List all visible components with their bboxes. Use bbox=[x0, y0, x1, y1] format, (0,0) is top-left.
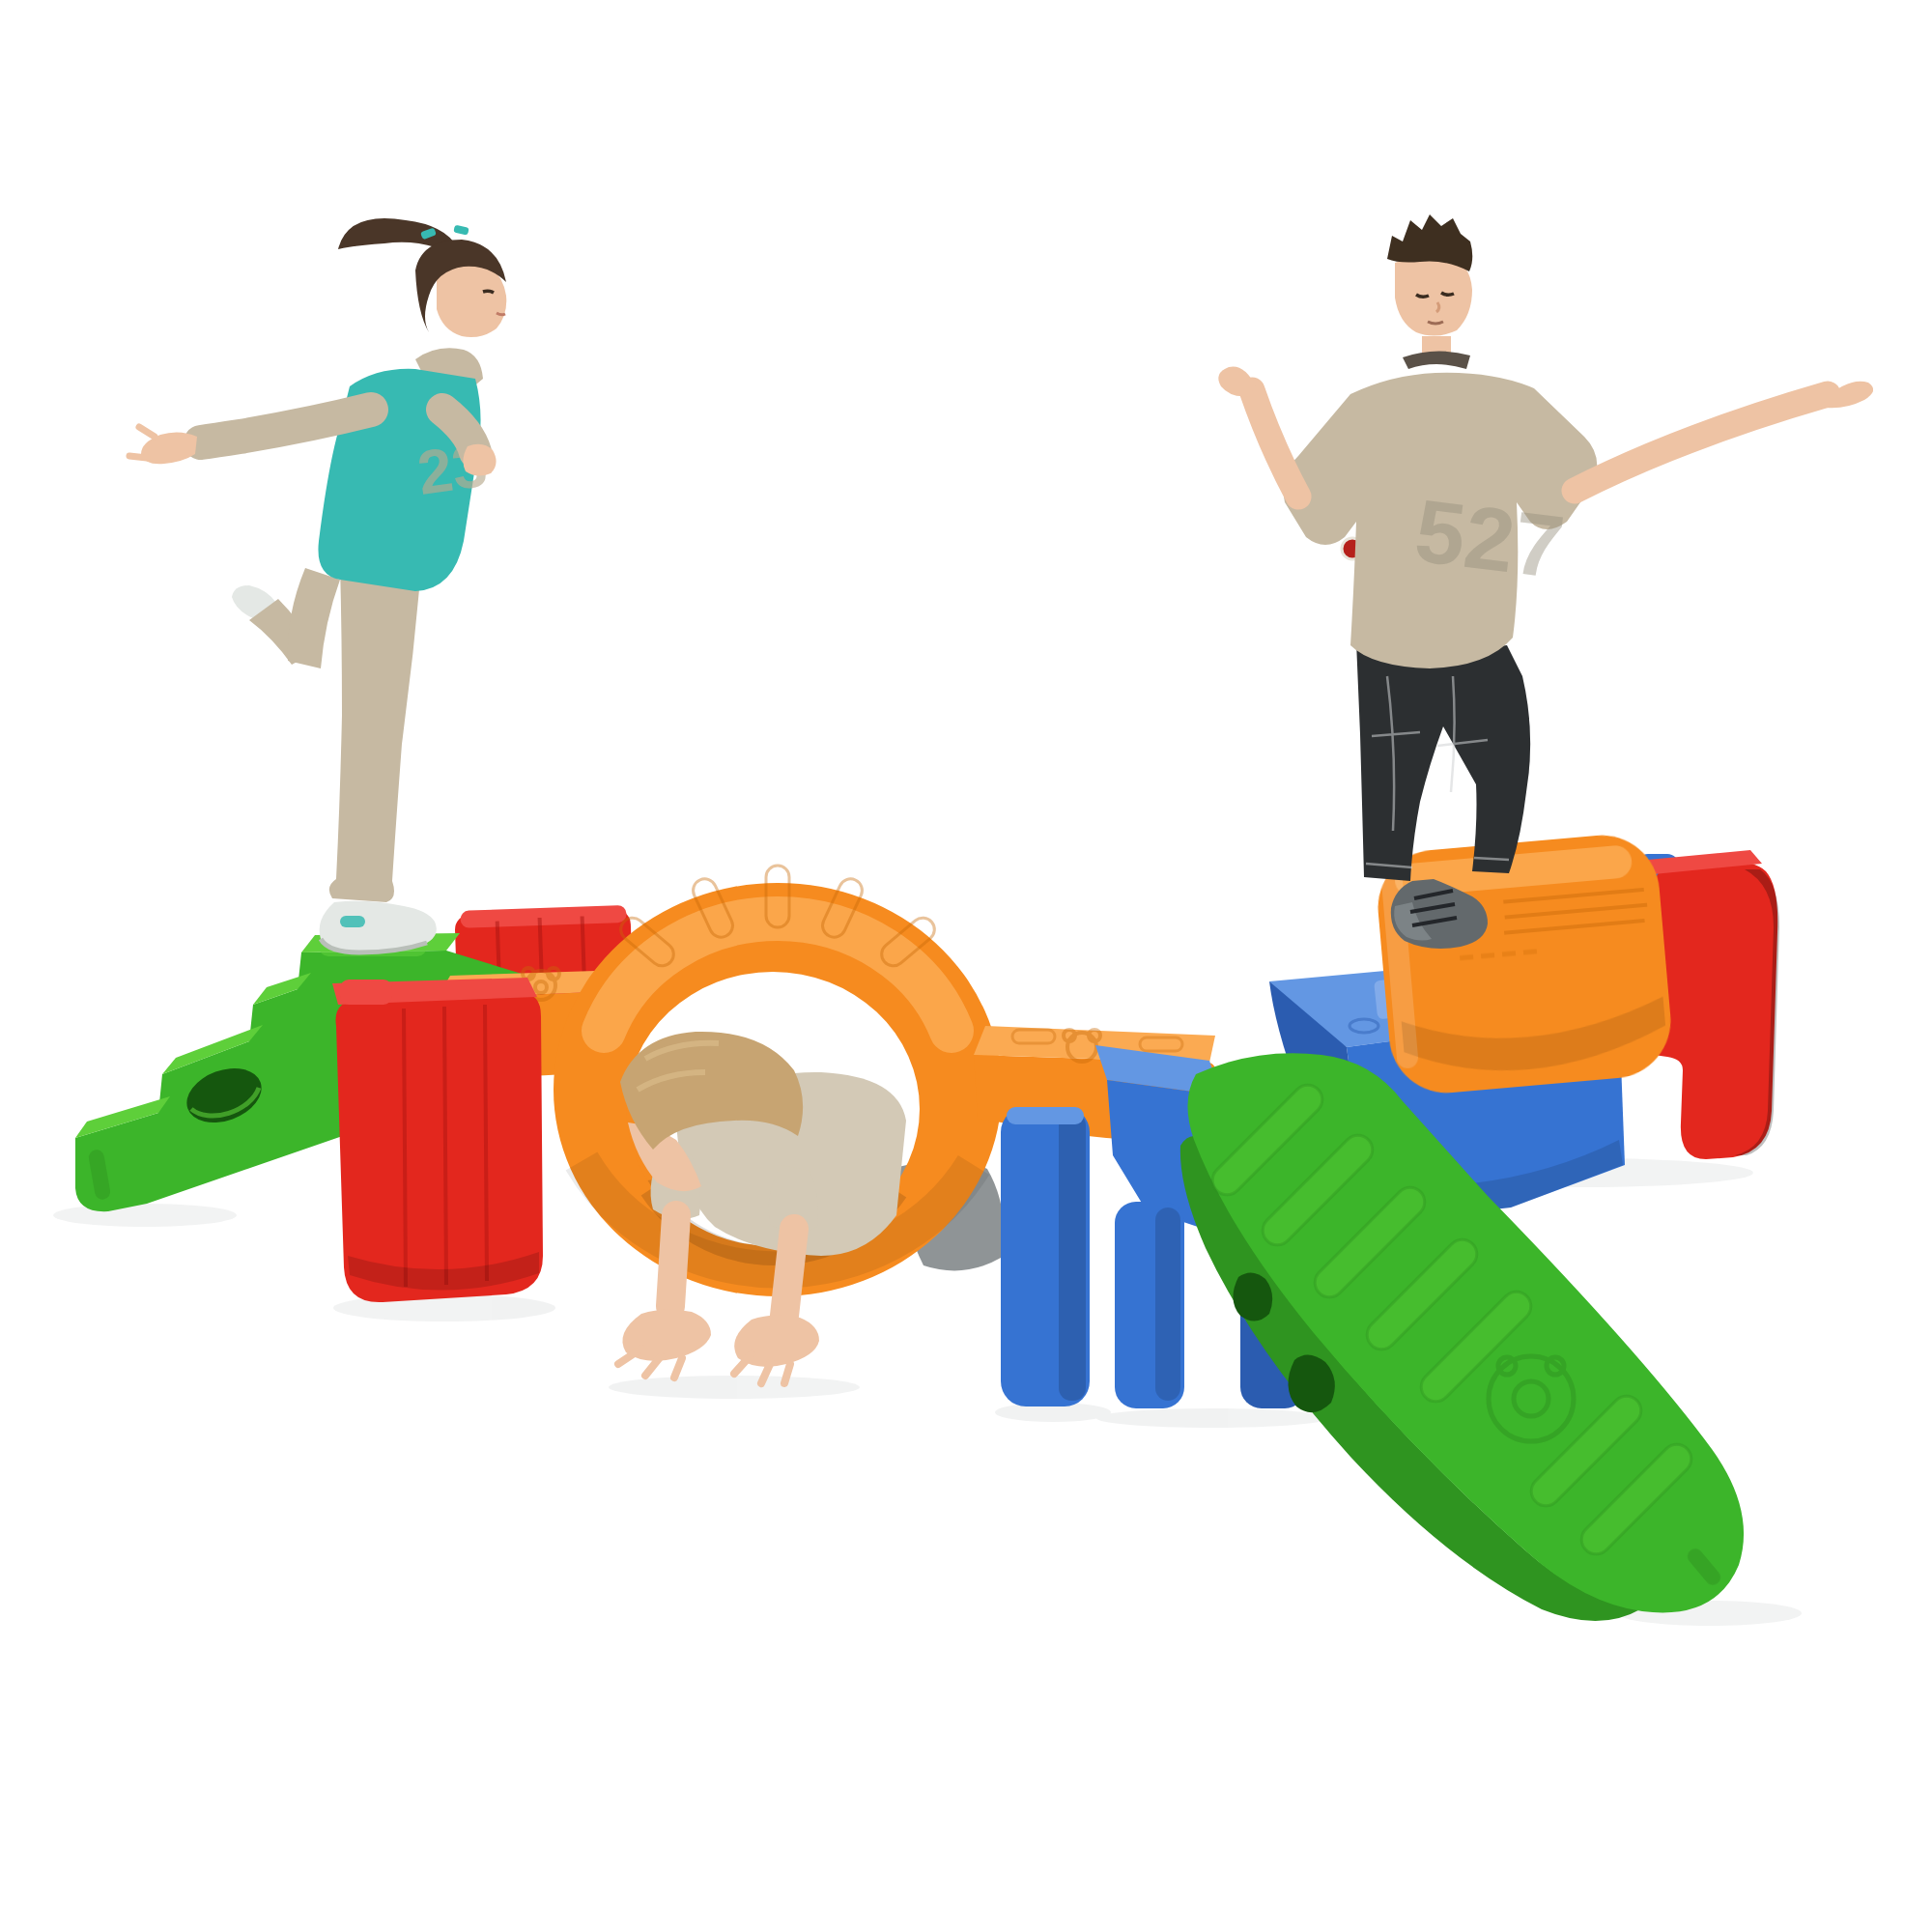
shadow bbox=[1096, 1408, 1328, 1428]
orange-barrel-step bbox=[1374, 831, 1676, 1097]
blue-column-shade bbox=[1059, 1113, 1086, 1401]
blue-column-top bbox=[1007, 1107, 1084, 1124]
girl-shoe-strap bbox=[340, 916, 365, 927]
girl-right-hand bbox=[463, 444, 496, 476]
crawling-boy-right-forearm bbox=[784, 1229, 794, 1316]
red-block-front-body bbox=[336, 993, 544, 1302]
girl-mouth bbox=[497, 313, 505, 315]
shadow bbox=[53, 1204, 237, 1227]
crawling-boy-left-forearm bbox=[670, 1215, 676, 1306]
girl-eye bbox=[483, 291, 494, 293]
red-block-front-tab bbox=[340, 980, 392, 1005]
photo-stage: 23 527 bbox=[0, 0, 1932, 1932]
balancing-boy-shirt-print: 527 bbox=[1410, 481, 1570, 597]
blue-support-column bbox=[1001, 1107, 1090, 1406]
red-support-block-front bbox=[332, 978, 543, 1302]
junction-leg-shade bbox=[1155, 1207, 1180, 1401]
scene-playground-photo: 23 527 bbox=[0, 0, 1932, 1932]
